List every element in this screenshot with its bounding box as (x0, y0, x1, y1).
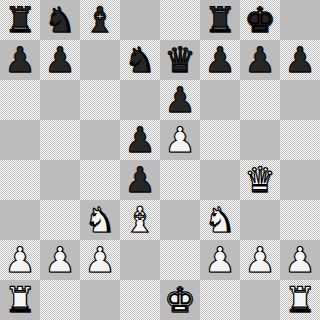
square-b6[interactable] (40, 80, 80, 120)
square-c8[interactable]: ♝ (80, 0, 120, 40)
piece-white-pawn[interactable]: ♟ (40, 240, 80, 280)
square-e7[interactable]: ♛ (160, 40, 200, 80)
square-g8[interactable]: ♚ (240, 0, 280, 40)
square-e3[interactable] (160, 200, 200, 240)
square-a1[interactable]: ♜ (0, 280, 40, 320)
square-e2[interactable] (160, 240, 200, 280)
square-f4[interactable] (200, 160, 240, 200)
square-d2[interactable] (120, 240, 160, 280)
square-h2[interactable]: ♟ (280, 240, 320, 280)
square-a4[interactable] (0, 160, 40, 200)
square-b3[interactable] (40, 200, 80, 240)
square-b8[interactable]: ♞ (40, 0, 80, 40)
square-c6[interactable] (80, 80, 120, 120)
piece-black-king[interactable]: ♚ (240, 0, 280, 40)
piece-white-pawn[interactable]: ♟ (200, 240, 240, 280)
chess-board: ♜♞♝♜♚♟♟♞♛♟♟♟♟♟♟♟♛♞♝♞♟♟♟♟♟♟♜♚♜ (0, 0, 320, 320)
piece-black-pawn[interactable]: ♟ (40, 40, 80, 80)
piece-black-pawn[interactable]: ♟ (280, 40, 320, 80)
square-f3[interactable]: ♞ (200, 200, 240, 240)
piece-black-bishop[interactable]: ♝ (80, 0, 120, 40)
square-g2[interactable]: ♟ (240, 240, 280, 280)
square-g5[interactable] (240, 120, 280, 160)
piece-black-knight[interactable]: ♞ (120, 40, 160, 80)
piece-black-pawn[interactable]: ♟ (120, 120, 160, 160)
piece-black-pawn[interactable]: ♟ (240, 40, 280, 80)
square-g3[interactable] (240, 200, 280, 240)
square-e4[interactable] (160, 160, 200, 200)
piece-white-knight[interactable]: ♞ (200, 200, 240, 240)
square-d3[interactable]: ♝ (120, 200, 160, 240)
square-b7[interactable]: ♟ (40, 40, 80, 80)
square-e1[interactable]: ♚ (160, 280, 200, 320)
piece-white-pawn[interactable]: ♟ (160, 120, 200, 160)
piece-black-rook[interactable]: ♜ (0, 0, 40, 40)
square-d8[interactable] (120, 0, 160, 40)
square-f6[interactable] (200, 80, 240, 120)
piece-white-pawn[interactable]: ♟ (0, 240, 40, 280)
square-b5[interactable] (40, 120, 80, 160)
piece-white-rook[interactable]: ♜ (280, 280, 320, 320)
square-h7[interactable]: ♟ (280, 40, 320, 80)
piece-white-pawn[interactable]: ♟ (80, 240, 120, 280)
square-d7[interactable]: ♞ (120, 40, 160, 80)
square-e5[interactable]: ♟ (160, 120, 200, 160)
piece-black-pawn[interactable]: ♟ (160, 80, 200, 120)
square-h5[interactable] (280, 120, 320, 160)
square-g7[interactable]: ♟ (240, 40, 280, 80)
square-g6[interactable] (240, 80, 280, 120)
square-h4[interactable] (280, 160, 320, 200)
square-g4[interactable]: ♛ (240, 160, 280, 200)
piece-white-king[interactable]: ♚ (160, 280, 200, 320)
square-g1[interactable] (240, 280, 280, 320)
piece-white-pawn[interactable]: ♟ (240, 240, 280, 280)
square-d1[interactable] (120, 280, 160, 320)
piece-black-pawn[interactable]: ♟ (200, 40, 240, 80)
piece-white-rook[interactable]: ♜ (0, 280, 40, 320)
square-a5[interactable] (0, 120, 40, 160)
square-a8[interactable]: ♜ (0, 0, 40, 40)
square-h1[interactable]: ♜ (280, 280, 320, 320)
square-e6[interactable]: ♟ (160, 80, 200, 120)
piece-white-bishop[interactable]: ♝ (120, 200, 160, 240)
square-f7[interactable]: ♟ (200, 40, 240, 80)
square-c3[interactable]: ♞ (80, 200, 120, 240)
square-h6[interactable] (280, 80, 320, 120)
square-e8[interactable] (160, 0, 200, 40)
piece-black-knight[interactable]: ♞ (40, 0, 80, 40)
piece-black-rook[interactable]: ♜ (200, 0, 240, 40)
square-f8[interactable]: ♜ (200, 0, 240, 40)
square-f2[interactable]: ♟ (200, 240, 240, 280)
square-f5[interactable] (200, 120, 240, 160)
square-c2[interactable]: ♟ (80, 240, 120, 280)
square-d4[interactable]: ♟ (120, 160, 160, 200)
square-a3[interactable] (0, 200, 40, 240)
piece-white-knight[interactable]: ♞ (80, 200, 120, 240)
piece-black-pawn[interactable]: ♟ (0, 40, 40, 80)
square-a2[interactable]: ♟ (0, 240, 40, 280)
piece-black-queen[interactable]: ♛ (160, 40, 200, 80)
square-c7[interactable] (80, 40, 120, 80)
square-b4[interactable] (40, 160, 80, 200)
square-b2[interactable]: ♟ (40, 240, 80, 280)
square-c4[interactable] (80, 160, 120, 200)
piece-black-pawn[interactable]: ♟ (120, 160, 160, 200)
piece-white-queen[interactable]: ♛ (240, 160, 280, 200)
square-f1[interactable] (200, 280, 240, 320)
square-b1[interactable] (40, 280, 80, 320)
square-a6[interactable] (0, 80, 40, 120)
square-c1[interactable] (80, 280, 120, 320)
square-d6[interactable] (120, 80, 160, 120)
square-h8[interactable] (280, 0, 320, 40)
square-h3[interactable] (280, 200, 320, 240)
square-a7[interactable]: ♟ (0, 40, 40, 80)
square-d5[interactable]: ♟ (120, 120, 160, 160)
square-c5[interactable] (80, 120, 120, 160)
piece-white-pawn[interactable]: ♟ (280, 240, 320, 280)
